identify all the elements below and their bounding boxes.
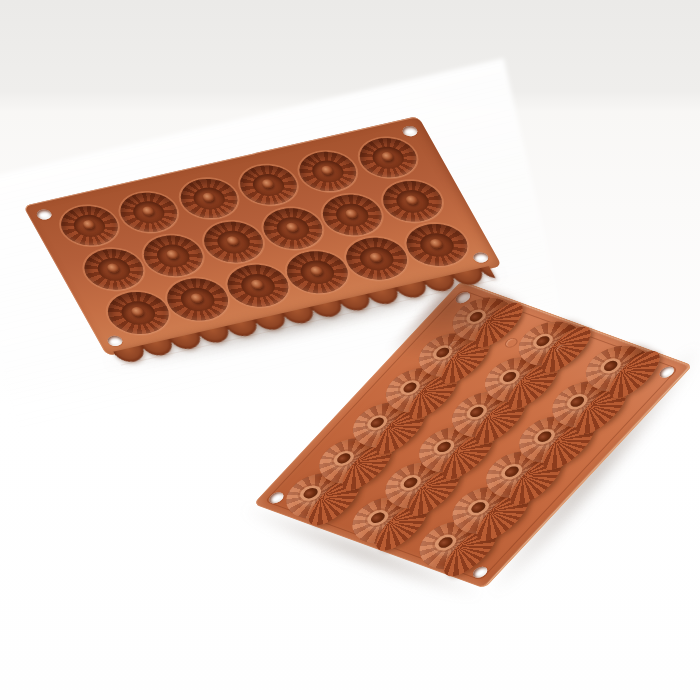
hang-hole bbox=[471, 251, 490, 264]
bump-center-hole bbox=[502, 465, 521, 478]
bump-center-hole bbox=[468, 406, 487, 419]
bump-center-hole bbox=[435, 441, 454, 454]
bump-center-hole bbox=[402, 476, 421, 489]
bump-center-hole bbox=[467, 311, 485, 323]
bump-center-hole bbox=[334, 451, 353, 464]
photo-scene bbox=[0, 0, 700, 700]
bump-center-hole bbox=[401, 381, 419, 394]
bump-center-hole bbox=[301, 487, 320, 500]
bump-center-hole bbox=[568, 395, 587, 408]
bump-center-hole bbox=[369, 511, 388, 524]
bump-center-hole bbox=[367, 416, 385, 429]
bump-center-hole bbox=[501, 370, 520, 383]
bump-center-hole bbox=[534, 335, 552, 348]
bump-center-hole bbox=[469, 500, 489, 513]
bump-center-hole bbox=[601, 360, 620, 373]
bump-center-hole bbox=[436, 536, 456, 550]
bump-center-hole bbox=[535, 430, 554, 443]
